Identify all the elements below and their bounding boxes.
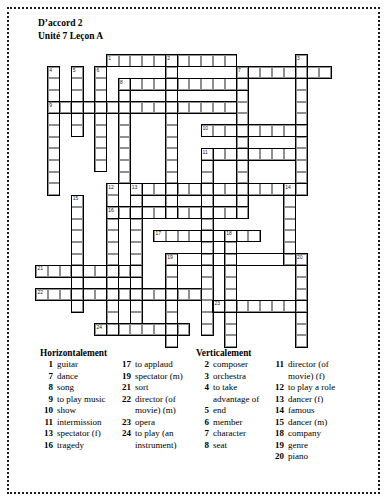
grid-cell[interactable] [189,78,201,90]
grid-cell[interactable] [107,102,119,114]
grid-cell[interactable] [296,102,308,114]
grid-cell[interactable] [130,312,142,324]
grid-cell[interactable] [60,265,72,277]
grid-cell[interactable] [178,102,190,114]
grid-cell[interactable] [178,183,190,195]
grid-cell[interactable] [284,207,296,219]
grid-cell[interactable] [213,183,225,195]
grid-cell[interactable] [284,148,296,160]
grid-cell[interactable] [166,277,178,289]
grid-cell[interactable] [201,102,213,114]
grid-cell[interactable] [166,102,178,114]
grid-cell[interactable] [201,230,213,242]
grid-cell[interactable] [296,254,308,266]
grid-cell[interactable] [130,55,142,67]
grid-cell[interactable] [71,67,83,79]
clue-text: sort [131,382,149,393]
grid-cell[interactable] [130,300,142,312]
grid-cell[interactable] [166,324,178,336]
grid-cell[interactable] [166,172,178,184]
grid-cell[interactable] [319,67,331,79]
clue-text: tragedy [53,440,84,451]
grid-cell[interactable] [201,207,213,219]
down-clues-column-1: Verticalement2composer3orchestra4to take… [196,348,259,451]
grid-cell[interactable] [213,148,225,160]
grid-cell[interactable] [296,160,308,172]
grid-cell[interactable] [107,324,119,336]
grid-cell[interactable] [189,55,201,67]
grid-cell[interactable] [237,172,249,184]
grid-cell[interactable] [225,277,237,289]
grid-cell[interactable] [189,289,201,301]
grid-cell[interactable] [284,67,296,79]
grid-cell[interactable] [260,148,272,160]
grid-cell[interactable] [142,324,154,336]
grid-cell[interactable] [48,172,60,184]
grid-cell[interactable] [237,160,249,172]
grid-cell[interactable] [95,324,107,336]
grid-cell[interactable] [48,160,60,172]
grid-cell[interactable] [248,230,260,242]
grid-cell[interactable] [130,78,142,90]
grid-cell[interactable] [48,78,60,90]
grid-cell[interactable] [272,183,284,195]
grid-cell[interactable] [119,289,131,301]
clue-text: dancer (m) [284,417,327,428]
grid-cell[interactable] [95,148,107,160]
grid-cell[interactable] [71,219,83,231]
grid-cell[interactable] [60,289,72,301]
grid-cell[interactable] [178,78,190,90]
grid-cell[interactable] [248,67,260,79]
clue-text: dance [53,371,78,382]
clue-item: 19spectator (m) [118,371,183,382]
clue-text: piano [284,451,308,462]
grid-cell[interactable] [130,265,142,277]
grid-cell[interactable] [154,207,166,219]
crossword-grid[interactable]: 123456789101112131415161718192021222324 [36,55,332,348]
grid-cell[interactable] [71,125,83,137]
grid-cell[interactable] [272,300,284,312]
grid-cell[interactable] [201,172,213,184]
grid-cell[interactable] [296,312,308,324]
grid-cell[interactable] [201,289,213,301]
grid-cell[interactable] [166,207,178,219]
clue-text: to play a role [284,382,335,393]
grid-cell[interactable] [284,230,296,242]
grid-cell[interactable] [166,148,178,160]
grid-cell[interactable] [48,183,60,195]
grid-cell[interactable] [166,137,178,149]
grid-cell[interactable] [107,312,119,324]
grid-cell[interactable] [130,195,142,207]
grid-cell[interactable] [130,219,142,231]
grid-cell[interactable] [48,148,60,160]
grid-cell[interactable] [296,335,308,347]
grid-cell[interactable] [284,219,296,231]
grid-cell[interactable] [284,183,296,195]
grid-cell[interactable] [237,183,249,195]
grid-cell[interactable] [142,78,154,90]
grid-cell[interactable] [48,289,60,301]
grid-cell[interactable] [130,102,142,114]
grid-cell[interactable] [154,102,166,114]
clue-text: song [53,382,74,393]
grid-cell[interactable] [71,195,83,207]
clue-item: 16tragedy [40,440,107,451]
grid-cell[interactable] [166,300,178,312]
grid-cell[interactable] [225,207,237,219]
grid-cell[interactable] [307,67,319,79]
grid-cell[interactable] [83,289,95,301]
grid-cell[interactable] [95,125,107,137]
grid-cell[interactable] [71,254,83,266]
grid-cell[interactable] [71,102,83,114]
grid-cell[interactable] [95,90,107,102]
grid-cell[interactable] [201,160,213,172]
grid-cell[interactable] [119,113,131,125]
grid-cell[interactable] [178,230,190,242]
grid-cell[interactable] [213,78,225,90]
grid-cell[interactable] [178,207,190,219]
clue-text: seat [209,440,227,451]
grid-cell[interactable] [189,102,201,114]
grid-cell[interactable] [166,67,178,79]
grid-cell[interactable] [201,300,213,312]
grid-cell[interactable] [166,78,178,90]
grid-cell[interactable] [296,265,308,277]
grid-cell[interactable] [296,137,308,149]
grid-cell[interactable] [119,148,131,160]
clue-number: 7 [40,371,53,382]
grid-cell[interactable] [166,230,178,242]
grid-cell[interactable] [166,254,178,266]
grid-cell[interactable] [71,289,83,301]
grid-cell[interactable] [166,289,178,301]
grid-cell[interactable] [166,335,178,347]
grid-cell[interactable] [296,125,308,137]
clue-text: genre [284,440,308,451]
grid-cell[interactable] [107,242,119,254]
grid-cell[interactable] [71,78,83,90]
grid-cell[interactable] [130,183,142,195]
grid-cell[interactable] [237,67,249,79]
grid-cell[interactable] [119,125,131,137]
clue-text: director (of movie) (f) [284,359,329,382]
grid-cell[interactable] [189,207,201,219]
clue-number: 21 [118,382,131,393]
grid-cell[interactable] [119,78,131,90]
clue-number: 19 [271,440,284,451]
grid-cell[interactable] [237,113,249,125]
grid-cell[interactable] [272,125,284,137]
grid-cell[interactable] [225,312,237,324]
clue-number: 13 [40,428,53,439]
grid-cell[interactable] [201,242,213,254]
grid-cell[interactable] [201,219,213,231]
grid-cell[interactable] [296,55,308,67]
grid-cell[interactable] [154,289,166,301]
grid-cell[interactable] [296,67,308,79]
grid-cell[interactable] [48,137,60,149]
grid-cell[interactable] [119,160,131,172]
grid-cell[interactable] [95,289,107,301]
grid-cell[interactable] [201,324,213,336]
grid-cell[interactable] [166,265,178,277]
grid-cell[interactable] [95,78,107,90]
across-clues-column-1: Horizontalement1guitar7dance8song9to pla… [40,348,107,451]
worksheet-page: D’accord 2 Unité 7 Leçon A 1234567891011… [0,0,386,500]
clue-number: 20 [271,451,284,462]
grid-cell[interactable] [284,254,296,266]
grid-cell[interactable] [83,102,95,114]
clue-number: 16 [40,440,53,451]
clue-item: 24to play (an instrument) [118,428,183,451]
grid-cell[interactable] [201,78,213,90]
grid-cell[interactable] [201,195,213,207]
grid-cell[interactable] [225,102,237,114]
grid-cell[interactable] [201,183,213,195]
grid-cell[interactable] [201,125,213,137]
grid-cell[interactable] [166,183,178,195]
grid-cell[interactable] [225,230,237,242]
clue-item: 13spectator (f) [40,428,107,439]
grid-cell[interactable] [48,67,60,79]
grid-cell[interactable] [237,90,249,102]
grid-cell[interactable] [166,55,178,67]
grid-cell[interactable] [284,242,296,254]
grid-cell[interactable] [154,78,166,90]
grid-cell[interactable] [95,113,107,125]
grid-cell[interactable] [296,90,308,102]
grid-cell[interactable] [36,265,48,277]
grid-cell[interactable] [213,125,225,137]
grid-cell[interactable] [166,90,178,102]
grid-cell[interactable] [130,207,142,219]
grid-cell[interactable] [213,55,225,67]
grid-cell[interactable] [201,55,213,67]
grid-cell[interactable] [237,125,249,137]
grid-cell[interactable] [130,254,142,266]
clue-item: 19genre [271,440,335,451]
grid-cell[interactable] [71,300,83,312]
clue-item: 8song [40,382,107,393]
grid-cell[interactable] [296,113,308,125]
grid-cell[interactable] [119,324,131,336]
clue-number: 15 [271,417,284,428]
grid-cell[interactable] [107,300,119,312]
grid-cell[interactable] [83,265,95,277]
grid-cell[interactable] [119,90,131,102]
grid-cell[interactable] [142,102,154,114]
grid-cell[interactable] [284,300,296,312]
grid-cell[interactable] [107,265,119,277]
grid-cell[interactable] [296,289,308,301]
grid-cell[interactable] [48,113,60,125]
clue-number: 6 [196,417,209,428]
grid-cell[interactable] [60,102,72,114]
grid-cell[interactable] [107,254,119,266]
grid-cell[interactable] [107,219,119,231]
clue-number: 2 [196,359,209,370]
grid-cell[interactable] [107,183,119,195]
grid-cell[interactable] [296,148,308,160]
grid-cell[interactable] [189,183,201,195]
grid-cell[interactable] [95,137,107,149]
grid-cell[interactable] [260,300,272,312]
grid-cell[interactable] [48,102,60,114]
clue-item: 9to play music [40,394,107,405]
grid-cell[interactable] [48,125,60,137]
grid-cell[interactable] [237,78,249,90]
grid-cell[interactable] [48,90,60,102]
grid-cell[interactable] [178,324,190,336]
clue-number: 14 [271,405,284,416]
grid-cell[interactable] [225,324,237,336]
grid-cell[interactable] [107,277,119,289]
grid-cell[interactable] [284,125,296,137]
grid-cell[interactable] [225,148,237,160]
down-clues-column-2: 11director (of movie) (f)12to play a rol… [271,348,335,463]
grid-cell[interactable] [248,300,260,312]
grid-cell[interactable] [71,207,83,219]
grid-cell[interactable] [119,102,131,114]
grid-cell[interactable] [71,90,83,102]
grid-cell[interactable] [154,183,166,195]
grid-cell[interactable] [119,265,131,277]
clue-number: 10 [40,405,53,416]
grid-cell[interactable] [213,102,225,114]
grid-cell[interactable] [225,55,237,67]
grid-cell[interactable] [107,55,119,67]
grid-cell[interactable] [248,148,260,160]
grid-cell[interactable] [237,102,249,114]
grid-cell[interactable] [225,254,237,266]
grid-cell[interactable] [225,125,237,137]
grid-cell[interactable] [142,55,154,67]
grid-cell[interactable] [71,277,83,289]
grid-cell[interactable] [154,55,166,67]
grid-cell[interactable] [201,148,213,160]
grid-cell[interactable] [237,207,249,219]
clue-list-header: Horizontalement [40,348,107,359]
clue-number: 11 [40,417,53,428]
grid-cell[interactable] [166,125,178,137]
grid-cell[interactable] [130,277,142,289]
grid-cell[interactable] [237,148,249,160]
grid-cell[interactable] [154,230,166,242]
grid-cell[interactable] [260,183,272,195]
grid-cell[interactable] [213,207,225,219]
grid-cell[interactable] [119,137,131,149]
grid-cell[interactable] [95,160,107,172]
grid-cell[interactable] [272,148,284,160]
grid-cell[interactable] [142,183,154,195]
grid-cell[interactable] [284,195,296,207]
grid-cell[interactable] [166,312,178,324]
grid-cell[interactable] [225,335,237,347]
grid-cell[interactable] [225,300,237,312]
clue-item: 11intermission [40,417,107,428]
grid-cell[interactable] [107,195,119,207]
grid-cell[interactable] [213,230,225,242]
grid-cell[interactable] [296,324,308,336]
grid-cell[interactable] [296,300,308,312]
grid-cell[interactable] [48,265,60,277]
grid-cell[interactable] [178,289,190,301]
grid-cell[interactable] [296,78,308,90]
grid-cell[interactable] [237,195,249,207]
grid-cell[interactable] [248,183,260,195]
grid-cell[interactable] [225,78,237,90]
grid-cell[interactable] [225,183,237,195]
clue-text: guitar [53,359,78,370]
grid-cell[interactable] [166,160,178,172]
grid-cell[interactable] [201,277,213,289]
grid-cell[interactable] [178,55,190,67]
grid-cell[interactable] [71,230,83,242]
grid-cell[interactable] [237,230,249,242]
grid-cell[interactable] [95,102,107,114]
grid-cell[interactable] [260,67,272,79]
clue-item: 20piano [271,451,335,462]
grid-cell[interactable] [142,207,154,219]
grid-cell[interactable] [95,67,107,79]
grid-cell[interactable] [107,230,119,242]
grid-cell[interactable] [296,183,308,195]
grid-cell[interactable] [71,113,83,125]
grid-cell[interactable] [237,300,249,312]
grid-cell[interactable] [95,265,107,277]
clue-text: member [209,417,243,428]
grid-cell[interactable] [225,289,237,301]
grid-cell[interactable] [142,289,154,301]
clue-number: 17 [118,359,131,370]
clue-number: 22 [118,394,131,417]
grid-cell[interactable] [107,289,119,301]
grid-cell[interactable] [296,172,308,184]
grid-cell[interactable] [213,300,225,312]
grid-cell[interactable] [272,67,284,79]
grid-cell[interactable] [296,277,308,289]
grid-cell[interactable] [237,137,249,149]
grid-cell[interactable] [248,125,260,137]
grid-cell[interactable] [71,265,83,277]
grid-cell[interactable] [166,113,178,125]
grid-cell[interactable] [154,324,166,336]
grid-cell[interactable] [130,324,142,336]
grid-cell[interactable] [119,55,131,67]
grid-cell[interactable] [189,230,201,242]
grid-cell[interactable] [201,254,213,266]
grid-cell[interactable] [260,125,272,137]
clue-item: 7dance [40,371,107,382]
grid-cell[interactable] [130,242,142,254]
grid-cell[interactable] [36,289,48,301]
grid-cell[interactable] [130,230,142,242]
grid-cell[interactable] [130,289,142,301]
grid-cell[interactable] [71,242,83,254]
grid-cell[interactable] [201,265,213,277]
grid-cell[interactable] [166,195,178,207]
grid-cell[interactable] [119,207,131,219]
grid-cell[interactable] [225,242,237,254]
grid-cell[interactable] [201,312,213,324]
grid-cell[interactable] [107,207,119,219]
grid-cell[interactable] [225,265,237,277]
grid-cell[interactable] [119,172,131,184]
clue-item: 21sort [118,382,183,393]
